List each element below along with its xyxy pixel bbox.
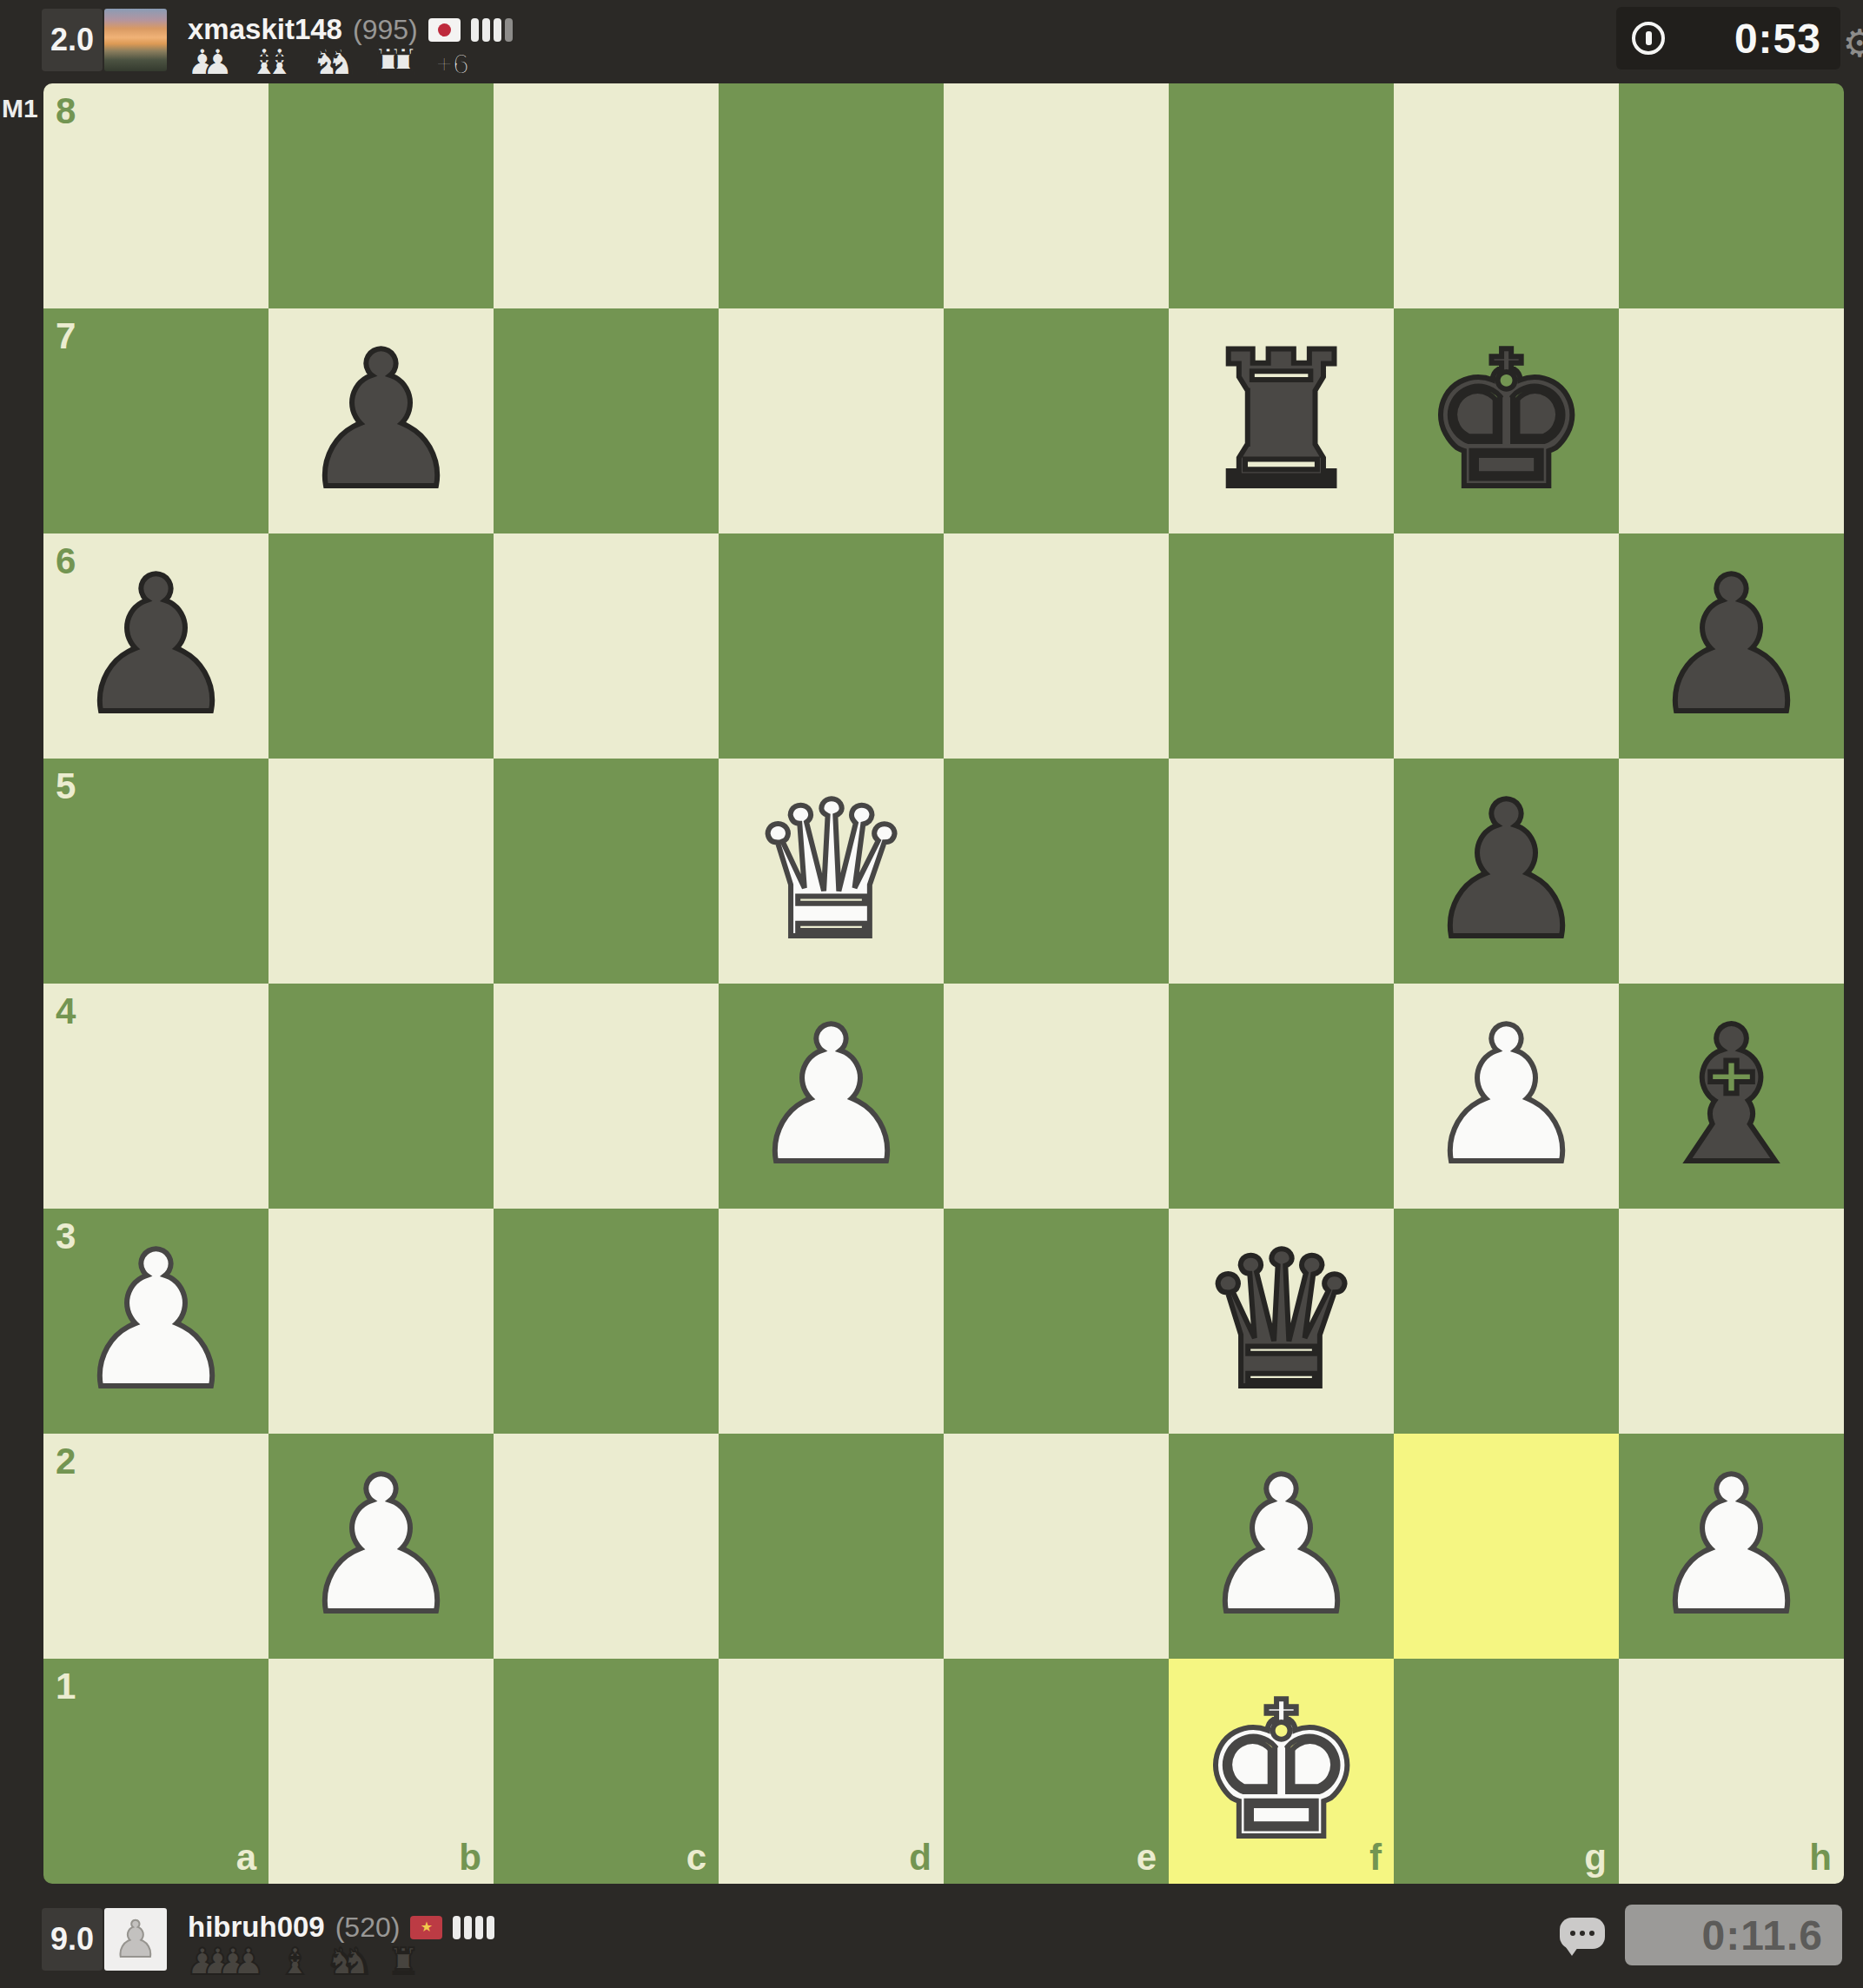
square-f8[interactable] — [1169, 83, 1394, 308]
captured-n-group: ♞♞ — [325, 1943, 373, 1981]
top-connection-signal-icon — [471, 18, 513, 42]
file-coordinate-b: b — [459, 1837, 481, 1879]
vietnam-flag-icon: ★ — [410, 1916, 442, 1939]
square-a5[interactable]: 5 — [43, 759, 269, 984]
piece-wQ-d5[interactable]: ♛ — [747, 778, 916, 965]
square-d5[interactable]: ♛ — [719, 759, 944, 984]
top-player-score-badge: 2.0 — [42, 9, 103, 71]
chat-bubble-icon[interactable] — [1560, 1918, 1605, 1949]
piece-wP-b2[interactable]: ♟ — [297, 1453, 466, 1640]
top-player-avatar[interactable] — [104, 9, 167, 71]
square-h7[interactable] — [1619, 308, 1844, 533]
square-g6[interactable] — [1394, 533, 1619, 759]
square-e3[interactable] — [944, 1209, 1169, 1434]
captured-b-group: ♝ — [279, 1943, 312, 1981]
file-coordinate-d: d — [909, 1837, 931, 1879]
bottom-player-rating: (520) — [335, 1912, 401, 1944]
piece-wP-a3[interactable]: ♟ — [72, 1228, 241, 1415]
square-g8[interactable] — [1394, 83, 1619, 308]
captured-p-group: ♟♟ — [186, 43, 234, 82]
square-a8[interactable]: 8 — [43, 83, 269, 308]
captured-r-group: ♜ — [388, 1943, 421, 1981]
square-c2[interactable] — [494, 1434, 719, 1659]
square-a2[interactable]: 2 — [43, 1434, 269, 1659]
square-f7[interactable]: ♜ — [1169, 308, 1394, 533]
square-e4[interactable] — [944, 984, 1169, 1209]
square-h2[interactable]: ♟ — [1619, 1434, 1844, 1659]
file-coordinate-e: e — [1137, 1837, 1157, 1879]
square-d6[interactable] — [719, 533, 944, 759]
square-a4[interactable]: 4 — [43, 984, 269, 1209]
square-d8[interactable] — [719, 83, 944, 308]
piece-wP-d4[interactable]: ♟ — [747, 1003, 916, 1190]
piece-bP-g5[interactable]: ♟ — [1422, 778, 1591, 965]
captured-r-group: ♜♜ — [372, 43, 420, 82]
square-c3[interactable] — [494, 1209, 719, 1434]
bottom-player-score-badge: 9.0 — [42, 1908, 103, 1971]
square-d7[interactable] — [719, 308, 944, 533]
piece-wP-g4[interactable]: ♟ — [1422, 1003, 1591, 1190]
top-player-captured-pieces: ♟♟♝♝♞♞♜♜ +6 — [186, 43, 469, 82]
chess-board[interactable]: 87♟♜♚6♟♟5♛♟4♟♟♝3♟♛2♟♟♟1abcdef♚gh — [43, 83, 1844, 1884]
settings-gear-icon[interactable]: ⚙ — [1843, 21, 1863, 65]
square-f5[interactable] — [1169, 759, 1394, 984]
file-coordinate-c: c — [686, 1837, 706, 1879]
square-g5[interactable]: ♟ — [1394, 759, 1619, 984]
captured-n-group: ♞♞ — [310, 43, 358, 82]
bottom-player-avatar[interactable]: ♟ — [104, 1908, 167, 1971]
piece-bP-b7[interactable]: ♟ — [297, 328, 466, 515]
rank-coordinate-3: 3 — [56, 1216, 76, 1257]
square-c7[interactable] — [494, 308, 719, 533]
square-f6[interactable] — [1169, 533, 1394, 759]
file-coordinate-f: f — [1369, 1837, 1382, 1879]
square-d1[interactable]: d — [719, 1659, 944, 1884]
file-coordinate-h: h — [1809, 1837, 1832, 1879]
top-player-clock: 0:53 — [1616, 7, 1840, 70]
square-a6[interactable]: 6♟ — [43, 533, 269, 759]
square-e8[interactable] — [944, 83, 1169, 308]
square-a3[interactable]: 3♟ — [43, 1209, 269, 1434]
square-b3[interactable] — [269, 1209, 494, 1434]
square-b1[interactable]: b — [269, 1659, 494, 1884]
square-g1[interactable]: g — [1394, 1659, 1619, 1884]
square-e5[interactable] — [944, 759, 1169, 984]
square-b2[interactable]: ♟ — [269, 1434, 494, 1659]
rank-coordinate-1: 1 — [56, 1666, 76, 1707]
piece-bR-f7[interactable]: ♜ — [1197, 328, 1366, 515]
bottom-player-name[interactable]: hibruh009 — [188, 1912, 325, 1943]
square-g3[interactable] — [1394, 1209, 1619, 1434]
rank-coordinate-5: 5 — [56, 765, 76, 807]
square-d2[interactable] — [719, 1434, 944, 1659]
square-h5[interactable] — [1619, 759, 1844, 984]
square-c6[interactable] — [494, 533, 719, 759]
square-f4[interactable] — [1169, 984, 1394, 1209]
piece-bP-h6[interactable]: ♟ — [1648, 553, 1816, 740]
square-b7[interactable]: ♟ — [269, 308, 494, 533]
move-list-label: M1 — [2, 94, 38, 123]
square-f3[interactable]: ♛ — [1169, 1209, 1394, 1434]
square-a1[interactable]: 1a — [43, 1659, 269, 1884]
piece-bQ-f3[interactable]: ♛ — [1197, 1228, 1366, 1415]
piece-wP-h2[interactable]: ♟ — [1648, 1453, 1816, 1640]
square-h8[interactable] — [1619, 83, 1844, 308]
captured-p-group: ♟♟♟♟ — [186, 1943, 265, 1981]
rank-coordinate-7: 7 — [56, 315, 76, 357]
rank-coordinate-8: 8 — [56, 90, 76, 132]
clock-info-icon[interactable] — [1632, 22, 1665, 55]
rank-coordinate-4: 4 — [56, 991, 76, 1032]
bottom-clock-time: 0:11.6 — [1625, 1912, 1842, 1959]
square-e1[interactable]: e — [944, 1659, 1169, 1884]
piece-bB-h4[interactable]: ♝ — [1648, 1003, 1816, 1190]
square-c4[interactable] — [494, 984, 719, 1209]
square-b8[interactable] — [269, 83, 494, 308]
square-d4[interactable]: ♟ — [719, 984, 944, 1209]
square-h1[interactable]: h — [1619, 1659, 1844, 1884]
square-f2[interactable]: ♟ — [1169, 1434, 1394, 1659]
square-b5[interactable] — [269, 759, 494, 984]
bottom-player-clock: 0:11.6 — [1625, 1905, 1842, 1965]
square-h4[interactable]: ♝ — [1619, 984, 1844, 1209]
square-g4[interactable]: ♟ — [1394, 984, 1619, 1209]
square-e2[interactable] — [944, 1434, 1169, 1659]
file-coordinate-g: g — [1584, 1837, 1607, 1879]
material-advantage: +6 — [435, 45, 469, 82]
captured-b-group: ♝♝ — [248, 43, 295, 82]
piece-bK-g7[interactable]: ♚ — [1422, 328, 1591, 515]
square-h6[interactable]: ♟ — [1619, 533, 1844, 759]
square-h3[interactable] — [1619, 1209, 1844, 1434]
square-c8[interactable] — [494, 83, 719, 308]
square-b4[interactable] — [269, 984, 494, 1209]
rank-coordinate-2: 2 — [56, 1441, 76, 1482]
square-g2[interactable] — [1394, 1434, 1619, 1659]
piece-wK-f1[interactable]: ♚ — [1197, 1678, 1366, 1865]
piece-wP-f2[interactable]: ♟ — [1197, 1453, 1366, 1640]
square-e6[interactable] — [944, 533, 1169, 759]
pawn-avatar-icon: ♟ — [113, 1914, 158, 1965]
rank-coordinate-6: 6 — [56, 540, 76, 582]
square-c1[interactable]: c — [494, 1659, 719, 1884]
square-a7[interactable]: 7 — [43, 308, 269, 533]
bottom-player-captured-pieces: ♟♟♟♟♝♞♞♜ — [186, 1943, 420, 1981]
game-screen: 2.0 xmaskit148 (995) ♟♟♝♝♞♞♜♜ +6 0:53 ⚙ … — [0, 0, 1863, 1988]
square-f1[interactable]: f♚ — [1169, 1659, 1394, 1884]
square-e7[interactable] — [944, 308, 1169, 533]
square-g7[interactable]: ♚ — [1394, 308, 1619, 533]
japan-flag-icon — [428, 18, 461, 42]
file-coordinate-a: a — [236, 1837, 256, 1879]
square-b6[interactable] — [269, 533, 494, 759]
piece-bP-a6[interactable]: ♟ — [72, 553, 241, 740]
square-d3[interactable] — [719, 1209, 944, 1434]
bottom-connection-signal-icon — [453, 1916, 494, 1939]
top-clock-time: 0:53 — [1665, 15, 1840, 63]
square-c5[interactable] — [494, 759, 719, 984]
